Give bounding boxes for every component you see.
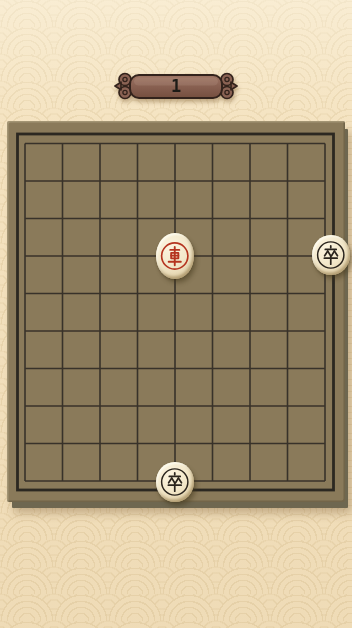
intersection[interactable] — [44, 238, 82, 276]
intersection[interactable] — [156, 313, 194, 351]
intersection[interactable] — [231, 125, 269, 163]
intersection[interactable] — [194, 350, 232, 388]
intersection[interactable] — [81, 350, 119, 388]
intersection[interactable] — [306, 200, 344, 238]
intersection[interactable] — [269, 463, 307, 501]
plaque-ornament-graphic — [112, 69, 240, 103]
intersection[interactable] — [81, 238, 119, 276]
intersection[interactable] — [306, 275, 344, 313]
intersection[interactable] — [44, 463, 82, 501]
intersection[interactable] — [44, 163, 82, 201]
intersection[interactable] — [231, 388, 269, 426]
intersection[interactable] — [306, 463, 344, 501]
intersection[interactable] — [119, 163, 157, 201]
piece-character-卒 — [156, 462, 194, 502]
intersection[interactable] — [194, 200, 232, 238]
intersection[interactable] — [231, 238, 269, 276]
intersection[interactable] — [6, 163, 44, 201]
intersection[interactable] — [119, 313, 157, 351]
intersection[interactable] — [119, 275, 157, 313]
app-screen: 1 — [0, 0, 352, 628]
intersection[interactable] — [231, 200, 269, 238]
intersection[interactable] — [306, 125, 344, 163]
intersection[interactable] — [119, 463, 157, 501]
piece-character-車 — [156, 233, 194, 279]
intersection[interactable] — [269, 350, 307, 388]
piece-character-卒 — [312, 235, 350, 275]
intersection[interactable] — [194, 238, 232, 276]
intersection[interactable] — [81, 313, 119, 351]
intersection[interactable] — [44, 388, 82, 426]
intersection[interactable] — [306, 350, 344, 388]
intersection[interactable] — [156, 200, 194, 238]
intersection[interactable] — [156, 425, 194, 463]
intersection[interactable] — [81, 388, 119, 426]
intersection[interactable] — [231, 463, 269, 501]
intersection[interactable] — [306, 388, 344, 426]
intersection[interactable] — [231, 350, 269, 388]
intersection[interactable] — [269, 238, 307, 276]
intersection[interactable] — [81, 163, 119, 201]
intersection[interactable] — [6, 463, 44, 501]
intersection[interactable] — [269, 425, 307, 463]
board-intersections — [6, 125, 344, 500]
intersection[interactable] — [6, 388, 44, 426]
piece-black-soldier[interactable] — [312, 235, 350, 275]
intersection[interactable] — [156, 238, 194, 276]
intersection[interactable] — [119, 125, 157, 163]
intersection[interactable] — [44, 200, 82, 238]
intersection[interactable] — [44, 425, 82, 463]
intersection[interactable] — [231, 313, 269, 351]
intersection[interactable] — [44, 350, 82, 388]
intersection[interactable] — [269, 125, 307, 163]
intersection[interactable] — [156, 125, 194, 163]
intersection[interactable] — [194, 388, 232, 426]
intersection[interactable] — [231, 163, 269, 201]
intersection[interactable] — [269, 313, 307, 351]
intersection[interactable] — [81, 125, 119, 163]
intersection[interactable] — [306, 238, 344, 276]
level-plaque: 1 — [112, 69, 240, 103]
intersection[interactable] — [306, 163, 344, 201]
intersection[interactable] — [81, 275, 119, 313]
intersection[interactable] — [156, 163, 194, 201]
intersection[interactable] — [6, 238, 44, 276]
intersection[interactable] — [269, 163, 307, 201]
intersection[interactable] — [6, 200, 44, 238]
intersection[interactable] — [119, 425, 157, 463]
intersection[interactable] — [231, 275, 269, 313]
intersection[interactable] — [306, 425, 344, 463]
intersection[interactable] — [194, 313, 232, 351]
intersection[interactable] — [44, 313, 82, 351]
intersection[interactable] — [119, 200, 157, 238]
intersection[interactable] — [156, 350, 194, 388]
intersection[interactable] — [194, 125, 232, 163]
intersection[interactable] — [81, 200, 119, 238]
intersection[interactable] — [6, 125, 44, 163]
intersection[interactable] — [156, 388, 194, 426]
intersection[interactable] — [194, 463, 232, 501]
piece-black-soldier[interactable] — [156, 462, 194, 502]
intersection[interactable] — [306, 313, 344, 351]
intersection[interactable] — [269, 275, 307, 313]
intersection[interactable] — [231, 425, 269, 463]
intersection[interactable] — [119, 350, 157, 388]
intersection[interactable] — [6, 425, 44, 463]
intersection[interactable] — [156, 463, 194, 501]
intersection[interactable] — [81, 463, 119, 501]
intersection[interactable] — [81, 425, 119, 463]
intersection[interactable] — [6, 275, 44, 313]
intersection[interactable] — [156, 275, 194, 313]
intersection[interactable] — [119, 238, 157, 276]
intersection[interactable] — [194, 163, 232, 201]
intersection[interactable] — [6, 350, 44, 388]
piece-red-chariot[interactable] — [156, 233, 194, 279]
intersection[interactable] — [44, 275, 82, 313]
intersection[interactable] — [269, 200, 307, 238]
intersection[interactable] — [194, 425, 232, 463]
intersection[interactable] — [119, 388, 157, 426]
intersection[interactable] — [6, 313, 44, 351]
intersection[interactable] — [194, 275, 232, 313]
intersection[interactable] — [44, 125, 82, 163]
intersection[interactable] — [269, 388, 307, 426]
